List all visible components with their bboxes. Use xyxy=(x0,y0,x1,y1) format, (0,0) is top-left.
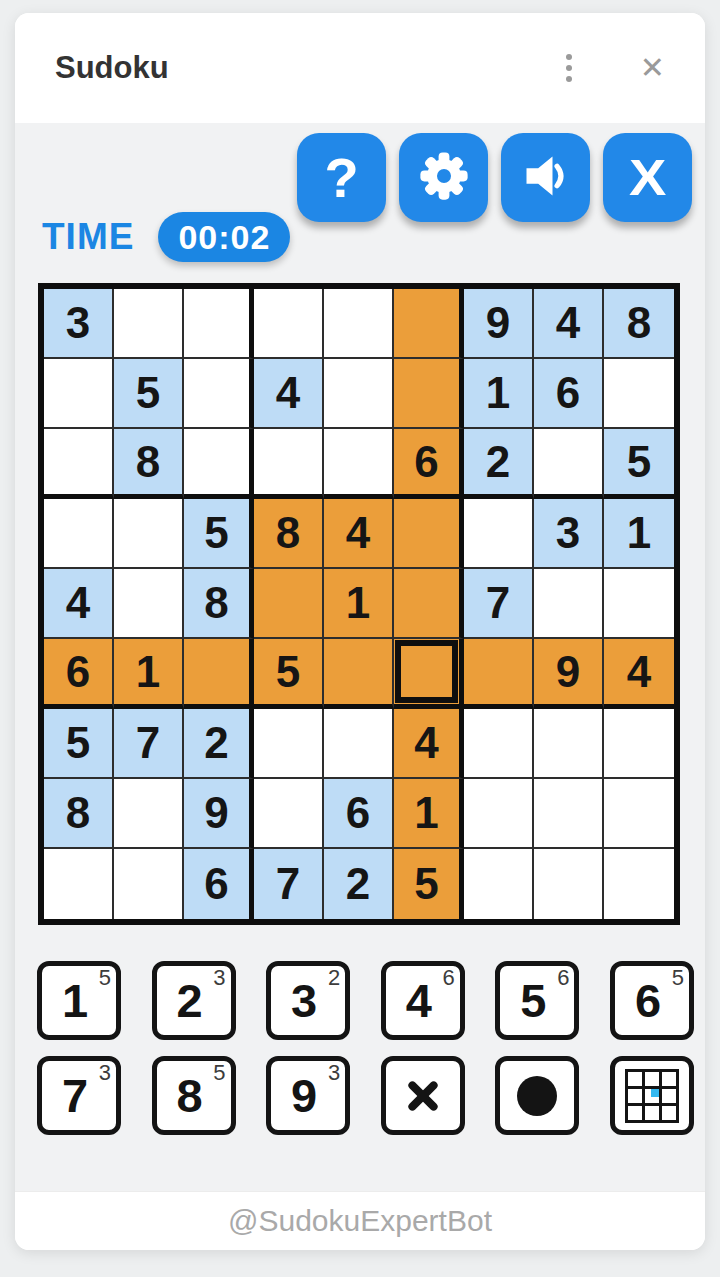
cell-r6c7[interactable] xyxy=(464,639,534,709)
cell-r7c9[interactable] xyxy=(604,709,674,779)
cell-r4c4[interactable]: 8 xyxy=(254,499,324,569)
toolbar: ? xyxy=(297,133,692,222)
gear-icon xyxy=(417,149,471,206)
cell-r5c9[interactable] xyxy=(604,569,674,639)
cell-r8c4[interactable] xyxy=(254,779,324,849)
speaker-icon xyxy=(520,150,572,205)
digit-label: 1 xyxy=(62,977,96,1024)
cell-r3c6[interactable]: 6 xyxy=(394,429,464,499)
cell-r3c8[interactable] xyxy=(534,429,604,499)
notes-grid-icon xyxy=(625,1069,679,1123)
cell-r1c5[interactable] xyxy=(324,289,394,359)
digit-button-7[interactable]: 73 xyxy=(37,1056,121,1135)
cell-r1c3[interactable] xyxy=(184,289,254,359)
cell-r6c3[interactable] xyxy=(184,639,254,709)
cell-r6c4[interactable]: 5 xyxy=(254,639,324,709)
cell-r4c8[interactable]: 3 xyxy=(534,499,604,569)
cell-r1c9[interactable]: 8 xyxy=(604,289,674,359)
timer-value: 00:02 xyxy=(158,212,290,262)
cell-r5c8[interactable] xyxy=(534,569,604,639)
cell-r1c4[interactable] xyxy=(254,289,324,359)
cell-r6c5[interactable] xyxy=(324,639,394,709)
cell-r7c2[interactable]: 7 xyxy=(114,709,184,779)
cell-r2c4[interactable]: 4 xyxy=(254,359,324,429)
cell-r7c3[interactable]: 2 xyxy=(184,709,254,779)
digit-label: 7 xyxy=(62,1072,96,1119)
cell-r9c4[interactable]: 7 xyxy=(254,849,324,919)
cell-r9c2[interactable] xyxy=(114,849,184,919)
cell-r4c1[interactable] xyxy=(44,499,114,569)
numpad-row-2: 738593 xyxy=(37,1056,694,1135)
cell-r3c9[interactable]: 5 xyxy=(604,429,674,499)
cell-r6c9[interactable]: 4 xyxy=(604,639,674,709)
kebab-menu-icon[interactable] xyxy=(560,48,578,88)
erase-x-icon xyxy=(402,1075,444,1117)
cell-r9c5[interactable]: 2 xyxy=(324,849,394,919)
digit-count-badge: 6 xyxy=(557,967,569,989)
cell-r7c1[interactable]: 5 xyxy=(44,709,114,779)
digit-count-badge: 2 xyxy=(328,967,340,989)
time-label: TIME xyxy=(42,216,134,258)
game-area: ? xyxy=(15,123,705,1191)
cell-r5c2[interactable] xyxy=(114,569,184,639)
cell-r7c8[interactable] xyxy=(534,709,604,779)
cell-r8c7[interactable] xyxy=(464,779,534,849)
cell-r5c7[interactable]: 7 xyxy=(464,569,534,639)
cell-r8c5[interactable]: 6 xyxy=(324,779,394,849)
cell-r3c1[interactable] xyxy=(44,429,114,499)
cell-r2c6[interactable] xyxy=(394,359,464,429)
bot-name: @SudokuExpertBot xyxy=(228,1204,492,1238)
cell-r2c7[interactable]: 1 xyxy=(464,359,534,429)
cell-r9c6[interactable]: 5 xyxy=(394,849,464,919)
cell-r2c8[interactable]: 6 xyxy=(534,359,604,429)
cell-r4c5[interactable]: 4 xyxy=(324,499,394,569)
cell-r1c6[interactable] xyxy=(394,289,464,359)
window-footer: @SudokuExpertBot xyxy=(15,1191,705,1250)
x-icon: X xyxy=(629,153,666,203)
digit-count-badge: 3 xyxy=(99,1062,111,1084)
cell-r7c7[interactable] xyxy=(464,709,534,779)
digit-count-badge: 3 xyxy=(328,1062,340,1084)
digit-button-1[interactable]: 15 xyxy=(37,961,121,1040)
cell-r5c3[interactable]: 8 xyxy=(184,569,254,639)
digit-count-badge: 6 xyxy=(443,967,455,989)
cell-r8c8[interactable] xyxy=(534,779,604,849)
cell-r8c9[interactable] xyxy=(604,779,674,849)
digit-label: 9 xyxy=(291,1072,325,1119)
cell-r5c5[interactable]: 1 xyxy=(324,569,394,639)
cell-r7c5[interactable] xyxy=(324,709,394,779)
time-row: TIME 00:02 xyxy=(42,212,290,262)
digit-label: 4 xyxy=(406,977,440,1024)
digit-button-2[interactable]: 23 xyxy=(152,961,236,1040)
cell-r6c1[interactable]: 6 xyxy=(44,639,114,709)
digit-count-badge: 5 xyxy=(99,967,111,989)
digit-count-badge: 3 xyxy=(213,967,225,989)
close-icon[interactable]: ✕ xyxy=(640,53,665,83)
dot-icon xyxy=(517,1076,557,1116)
cell-r9c7[interactable] xyxy=(464,849,534,919)
cell-r9c3[interactable]: 6 xyxy=(184,849,254,919)
cell-r8c3[interactable]: 9 xyxy=(184,779,254,849)
cell-r4c6[interactable] xyxy=(394,499,464,569)
cell-r1c7[interactable]: 9 xyxy=(464,289,534,359)
digit-button-5[interactable]: 56 xyxy=(495,961,579,1040)
digit-label: 3 xyxy=(291,977,325,1024)
digit-button-6[interactable]: 65 xyxy=(610,961,694,1040)
cell-r3c4[interactable] xyxy=(254,429,324,499)
sudoku-board: 39485416862558431481761594572489616725 xyxy=(38,283,680,925)
cell-r2c9[interactable] xyxy=(604,359,674,429)
cell-r9c9[interactable] xyxy=(604,849,674,919)
cell-r7c4[interactable] xyxy=(254,709,324,779)
digit-button-3[interactable]: 32 xyxy=(266,961,350,1040)
cell-r5c4[interactable] xyxy=(254,569,324,639)
erase-x-button[interactable] xyxy=(381,1056,465,1135)
digit-button-9[interactable]: 93 xyxy=(266,1056,350,1135)
mark-dot-button[interactable] xyxy=(495,1056,579,1135)
cell-r6c2[interactable]: 1 xyxy=(114,639,184,709)
help-button[interactable]: ? xyxy=(297,133,386,222)
digit-count-badge: 5 xyxy=(672,967,684,989)
window-title: Sudoku xyxy=(55,50,169,86)
digit-label: 8 xyxy=(177,1072,211,1119)
cell-r4c2[interactable] xyxy=(114,499,184,569)
cell-r6c8[interactable]: 9 xyxy=(534,639,604,709)
cell-r1c1[interactable]: 3 xyxy=(44,289,114,359)
digit-button-4[interactable]: 46 xyxy=(381,961,465,1040)
cell-r7c6[interactable]: 4 xyxy=(394,709,464,779)
digit-label: 5 xyxy=(520,977,554,1024)
cell-r5c1[interactable]: 4 xyxy=(44,569,114,639)
cell-r1c8[interactable]: 4 xyxy=(534,289,604,359)
game-window: Sudoku ✕ ? xyxy=(15,13,705,1250)
cell-r3c2[interactable]: 8 xyxy=(114,429,184,499)
settings-button[interactable] xyxy=(399,133,488,222)
cell-r5c6[interactable] xyxy=(394,569,464,639)
cell-r6c6[interactable] xyxy=(394,639,464,709)
cell-r8c1[interactable]: 8 xyxy=(44,779,114,849)
cell-r3c5[interactable] xyxy=(324,429,394,499)
cell-r4c9[interactable]: 1 xyxy=(604,499,674,569)
cell-r4c3[interactable]: 5 xyxy=(184,499,254,569)
quit-button[interactable]: X xyxy=(603,133,692,222)
cell-r2c1[interactable] xyxy=(44,359,114,429)
cell-r3c7[interactable]: 2 xyxy=(464,429,534,499)
notes-grid-button[interactable] xyxy=(610,1056,694,1135)
digit-count-badge: 5 xyxy=(213,1062,225,1084)
cell-r2c5[interactable] xyxy=(324,359,394,429)
cell-r4c7[interactable] xyxy=(464,499,534,569)
sound-button[interactable] xyxy=(501,133,590,222)
cell-r8c6[interactable]: 1 xyxy=(394,779,464,849)
numpad-row-1: 152332465665 xyxy=(37,961,694,1040)
digit-button-8[interactable]: 85 xyxy=(152,1056,236,1135)
question-icon: ? xyxy=(324,150,358,206)
cell-r2c2[interactable]: 5 xyxy=(114,359,184,429)
digit-label: 2 xyxy=(177,977,211,1024)
digit-label: 6 xyxy=(635,977,669,1024)
cell-r1c2[interactable] xyxy=(114,289,184,359)
window-header: Sudoku ✕ xyxy=(15,13,705,123)
cell-r2c3[interactable] xyxy=(184,359,254,429)
cell-r9c8[interactable] xyxy=(534,849,604,919)
cell-r8c2[interactable] xyxy=(114,779,184,849)
cell-r9c1[interactable] xyxy=(44,849,114,919)
cell-r3c3[interactable] xyxy=(184,429,254,499)
